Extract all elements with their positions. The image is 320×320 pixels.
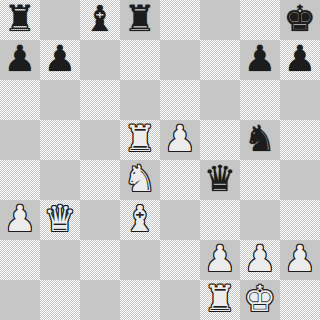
square-c7[interactable] xyxy=(80,40,120,80)
square-e2[interactable] xyxy=(160,240,200,280)
square-a8[interactable]: ♜ xyxy=(0,0,40,40)
square-d2[interactable] xyxy=(120,240,160,280)
square-f6[interactable] xyxy=(200,80,240,120)
square-f2[interactable]: ♟ xyxy=(200,240,240,280)
square-a1[interactable] xyxy=(0,280,40,320)
square-e3[interactable] xyxy=(160,200,200,240)
square-g4[interactable] xyxy=(240,160,280,200)
square-h3[interactable] xyxy=(280,200,320,240)
square-f7[interactable] xyxy=(200,40,240,80)
square-f4[interactable]: ♛ xyxy=(200,160,240,200)
square-h6[interactable] xyxy=(280,80,320,120)
piece-white-knight[interactable]: ♞ xyxy=(124,159,156,199)
square-h8[interactable]: ♚ xyxy=(280,0,320,40)
square-f8[interactable] xyxy=(200,0,240,40)
piece-black-pawn[interactable]: ♟ xyxy=(4,39,36,79)
square-d1[interactable] xyxy=(120,280,160,320)
square-d8[interactable]: ♜ xyxy=(120,0,160,40)
square-a2[interactable] xyxy=(0,240,40,280)
square-d3[interactable]: ♝ xyxy=(120,200,160,240)
square-h1[interactable] xyxy=(280,280,320,320)
piece-white-king[interactable]: ♚ xyxy=(244,279,276,319)
square-e8[interactable] xyxy=(160,0,200,40)
square-c3[interactable] xyxy=(80,200,120,240)
square-h2[interactable]: ♟ xyxy=(280,240,320,280)
piece-white-queen[interactable]: ♛ xyxy=(44,199,76,239)
square-g5[interactable]: ♞ xyxy=(240,120,280,160)
piece-black-knight[interactable]: ♞ xyxy=(244,119,276,159)
square-c5[interactable] xyxy=(80,120,120,160)
piece-black-king[interactable]: ♚ xyxy=(284,0,316,39)
piece-black-rook[interactable]: ♜ xyxy=(4,0,36,39)
square-h7[interactable]: ♟ xyxy=(280,40,320,80)
square-c8[interactable]: ♝ xyxy=(80,0,120,40)
piece-black-bishop[interactable]: ♝ xyxy=(84,0,116,39)
square-b4[interactable] xyxy=(40,160,80,200)
piece-white-pawn[interactable]: ♟ xyxy=(204,239,236,279)
square-h4[interactable] xyxy=(280,160,320,200)
square-a6[interactable] xyxy=(0,80,40,120)
square-g7[interactable]: ♟ xyxy=(240,40,280,80)
square-h5[interactable] xyxy=(280,120,320,160)
square-e1[interactable] xyxy=(160,280,200,320)
square-g3[interactable] xyxy=(240,200,280,240)
piece-white-rook[interactable]: ♜ xyxy=(204,279,236,319)
square-e5[interactable]: ♟ xyxy=(160,120,200,160)
square-b5[interactable] xyxy=(40,120,80,160)
square-e4[interactable] xyxy=(160,160,200,200)
square-e7[interactable] xyxy=(160,40,200,80)
square-d4[interactable]: ♞ xyxy=(120,160,160,200)
piece-white-pawn[interactable]: ♟ xyxy=(4,199,36,239)
piece-white-bishop[interactable]: ♝ xyxy=(124,199,156,239)
square-d7[interactable] xyxy=(120,40,160,80)
square-f3[interactable] xyxy=(200,200,240,240)
piece-white-rook[interactable]: ♜ xyxy=(124,119,156,159)
piece-black-pawn[interactable]: ♟ xyxy=(44,39,76,79)
square-g2[interactable]: ♟ xyxy=(240,240,280,280)
square-b3[interactable]: ♛ xyxy=(40,200,80,240)
piece-black-pawn[interactable]: ♟ xyxy=(244,39,276,79)
piece-black-rook[interactable]: ♜ xyxy=(124,0,156,39)
square-d6[interactable] xyxy=(120,80,160,120)
square-g1[interactable]: ♚ xyxy=(240,280,280,320)
square-g8[interactable] xyxy=(240,0,280,40)
square-d5[interactable]: ♜ xyxy=(120,120,160,160)
piece-white-pawn[interactable]: ♟ xyxy=(164,119,196,159)
piece-black-pawn[interactable]: ♟ xyxy=(284,39,316,79)
square-g6[interactable] xyxy=(240,80,280,120)
square-b6[interactable] xyxy=(40,80,80,120)
square-f5[interactable] xyxy=(200,120,240,160)
piece-white-pawn[interactable]: ♟ xyxy=(284,239,316,279)
square-b1[interactable] xyxy=(40,280,80,320)
square-c4[interactable] xyxy=(80,160,120,200)
square-a7[interactable]: ♟ xyxy=(0,40,40,80)
square-e6[interactable] xyxy=(160,80,200,120)
square-f1[interactable]: ♜ xyxy=(200,280,240,320)
square-b7[interactable]: ♟ xyxy=(40,40,80,80)
square-c6[interactable] xyxy=(80,80,120,120)
square-c1[interactable] xyxy=(80,280,120,320)
square-a4[interactable] xyxy=(0,160,40,200)
square-a3[interactable]: ♟ xyxy=(0,200,40,240)
chess-board: ♜♝♜♚♟♟♟♟♜♟♞♞♛♟♛♝♟♟♟♜♚ xyxy=(0,0,320,320)
piece-black-queen[interactable]: ♛ xyxy=(204,159,236,199)
square-c2[interactable] xyxy=(80,240,120,280)
square-b8[interactable] xyxy=(40,0,80,40)
square-b2[interactable] xyxy=(40,240,80,280)
square-a5[interactable] xyxy=(0,120,40,160)
piece-white-pawn[interactable]: ♟ xyxy=(244,239,276,279)
